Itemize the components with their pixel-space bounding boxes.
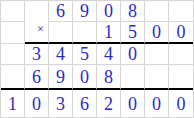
empty-cell: [169, 1, 193, 22]
empty-cell: [145, 65, 169, 90]
empty-cell: [145, 44, 169, 65]
digit-cell: 3: [49, 90, 73, 117]
long-multiplication-grid: ×6908150034540690810362000: [0, 0, 194, 118]
empty-cell: [1, 65, 25, 90]
digit-cell: 9: [49, 65, 73, 90]
digit-cell: 0: [73, 65, 97, 90]
digit-cell: 5: [121, 22, 145, 44]
empty-cell: [121, 65, 145, 90]
empty-cell: [1, 1, 25, 22]
digit-cell: 6: [73, 90, 97, 117]
multiply-sign: ×: [37, 22, 44, 35]
digit-cell: 0: [145, 90, 169, 117]
digit-cell: 6: [49, 1, 73, 22]
digit-cell: 8: [121, 1, 145, 22]
digit-cell: 0: [97, 1, 121, 22]
empty-cell: [169, 65, 193, 90]
digit-cell: 2: [97, 90, 121, 117]
empty-cell: [169, 44, 193, 65]
digit-cell: 0: [145, 22, 169, 44]
empty-cell: [1, 44, 25, 65]
digit-cell: 0: [169, 22, 193, 44]
digit-cell: 0: [121, 90, 145, 117]
digit-cell: 4: [49, 44, 73, 65]
digit-cell: 0: [25, 90, 49, 117]
digit-cell: 9: [73, 1, 97, 22]
digit-cell: 0: [169, 90, 193, 117]
multiply-operator: ×: [25, 1, 49, 44]
digit-cell: 1: [97, 22, 121, 44]
digit-cell: 3: [25, 44, 49, 65]
empty-cell: [1, 22, 25, 44]
digit-cell: 0: [121, 44, 145, 65]
empty-cell: [145, 1, 169, 22]
digit-cell: 4: [97, 44, 121, 65]
digit-cell: 6: [25, 65, 49, 90]
digit-cell: 8: [97, 65, 121, 90]
digit-cell: 1: [1, 90, 25, 117]
empty-cell: [49, 22, 73, 44]
empty-cell: [73, 22, 97, 44]
digit-cell: 5: [73, 44, 97, 65]
